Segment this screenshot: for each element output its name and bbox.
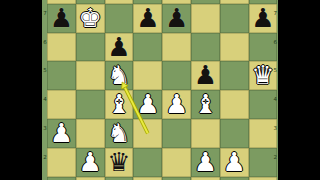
white-queen-h5[interactable]: ♛ — [251, 61, 274, 90]
left-letterbox-bar — [0, 0, 42, 180]
square-e4[interactable]: ♟ — [162, 90, 191, 119]
square-a7[interactable]: ♟ — [47, 4, 76, 33]
white-bishop-c4[interactable]: ♝ — [107, 90, 130, 119]
white-pawn-d4[interactable]: ♟ — [136, 90, 159, 119]
square-a6[interactable] — [47, 33, 76, 62]
square-f7[interactable] — [191, 4, 220, 33]
square-f2[interactable]: ♟ — [191, 148, 220, 177]
square-h2[interactable] — [249, 148, 278, 177]
square-g2[interactable]: ♟ — [220, 148, 249, 177]
square-a4[interactable] — [47, 90, 76, 119]
square-g1[interactable] — [220, 177, 249, 180]
square-d2[interactable] — [133, 148, 162, 177]
square-g4[interactable] — [220, 90, 249, 119]
square-c5[interactable]: ♞ — [105, 61, 134, 90]
board-squares: ♜♜♝♞♜♟♚♟♟♟♟♞♟♛♝♟♟♝♟♞♟♛♟♟♜♚ — [47, 0, 277, 180]
white-king-b7[interactable]: ♚ — [79, 4, 102, 33]
square-f1[interactable] — [191, 177, 220, 180]
square-c3[interactable]: ♞ — [105, 119, 134, 148]
black-queen-c2[interactable]: ♛ — [107, 148, 130, 177]
square-d3[interactable] — [133, 119, 162, 148]
square-b2[interactable]: ♟ — [76, 148, 105, 177]
square-g6[interactable] — [220, 33, 249, 62]
square-c7[interactable] — [105, 4, 134, 33]
white-knight-c5[interactable]: ♞ — [107, 61, 130, 90]
square-f5[interactable]: ♟ — [191, 61, 220, 90]
square-e3[interactable] — [162, 119, 191, 148]
square-g7[interactable] — [220, 4, 249, 33]
square-c4[interactable]: ♝ — [105, 90, 134, 119]
square-a1[interactable] — [47, 177, 76, 180]
square-e7[interactable]: ♟ — [162, 4, 191, 33]
square-b5[interactable] — [76, 61, 105, 90]
square-a2[interactable] — [47, 148, 76, 177]
square-e5[interactable] — [162, 61, 191, 90]
square-b3[interactable] — [76, 119, 105, 148]
square-d1[interactable] — [133, 177, 162, 180]
square-e2[interactable] — [162, 148, 191, 177]
white-pawn-a3[interactable]: ♟ — [50, 119, 73, 148]
square-h4[interactable] — [249, 90, 278, 119]
square-c6[interactable]: ♟ — [105, 33, 134, 62]
square-b4[interactable] — [76, 90, 105, 119]
white-knight-c3[interactable]: ♞ — [107, 119, 130, 148]
square-h6[interactable] — [249, 33, 278, 62]
white-pawn-f2[interactable]: ♟ — [194, 148, 217, 177]
square-c1[interactable] — [105, 177, 134, 180]
square-f3[interactable] — [191, 119, 220, 148]
right-letterbox-bar — [278, 0, 320, 180]
white-pawn-b2[interactable]: ♟ — [79, 148, 102, 177]
square-f6[interactable] — [191, 33, 220, 62]
black-pawn-a7[interactable]: ♟ — [50, 4, 73, 33]
square-f4[interactable]: ♝ — [191, 90, 220, 119]
black-pawn-e7[interactable]: ♟ — [165, 4, 188, 33]
square-h5[interactable]: ♛ — [249, 61, 278, 90]
black-pawn-d7[interactable]: ♟ — [136, 4, 159, 33]
square-a3[interactable]: ♟ — [47, 119, 76, 148]
black-pawn-f5[interactable]: ♟ — [194, 61, 217, 90]
square-d4[interactable]: ♟ — [133, 90, 162, 119]
square-h3[interactable] — [249, 119, 278, 148]
square-g3[interactable] — [220, 119, 249, 148]
square-a5[interactable] — [47, 61, 76, 90]
square-h1[interactable] — [249, 177, 278, 180]
square-g5[interactable] — [220, 61, 249, 90]
black-pawn-c6[interactable]: ♟ — [107, 33, 130, 62]
square-b6[interactable] — [76, 33, 105, 62]
square-b1[interactable]: ♜ — [76, 177, 105, 180]
white-pawn-g2[interactable]: ♟ — [223, 148, 246, 177]
square-h7[interactable]: ♟ — [249, 4, 278, 33]
black-pawn-h7[interactable]: ♟ — [251, 4, 274, 33]
square-d6[interactable] — [133, 33, 162, 62]
square-e1[interactable]: ♚ — [162, 177, 191, 180]
white-bishop-f4[interactable]: ♝ — [194, 90, 217, 119]
square-d5[interactable] — [133, 61, 162, 90]
square-b7[interactable]: ♚ — [76, 4, 105, 33]
black-rook-b1[interactable]: ♜ — [79, 177, 102, 180]
black-king-e1[interactable]: ♚ — [165, 177, 188, 180]
square-c2[interactable]: ♛ — [105, 148, 134, 177]
square-e6[interactable] — [162, 33, 191, 62]
white-pawn-e4[interactable]: ♟ — [165, 90, 188, 119]
chess-board: ♜♜♝♞♜♟♚♟♟♟♟♞♟♛♝♟♟♝♟♞♟♛♟♟♜♚ 776655443322 — [42, 0, 278, 180]
square-d7[interactable]: ♟ — [133, 4, 162, 33]
